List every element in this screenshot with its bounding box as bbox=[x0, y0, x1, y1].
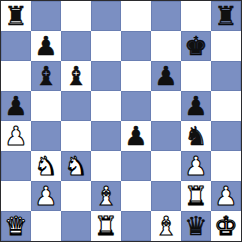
square-d6[interactable] bbox=[91, 61, 121, 91]
square-f8[interactable] bbox=[151, 1, 181, 31]
square-g8[interactable] bbox=[181, 1, 211, 31]
square-e6[interactable] bbox=[121, 61, 151, 91]
square-d2[interactable]: ♝ bbox=[91, 181, 121, 211]
black-rook[interactable]: ♜ bbox=[4, 1, 27, 31]
square-h7[interactable] bbox=[211, 31, 241, 61]
black-bishop[interactable]: ♝ bbox=[64, 61, 87, 91]
white-pawn[interactable]: ♟ bbox=[34, 181, 57, 211]
black-bishop[interactable]: ♝ bbox=[34, 61, 57, 91]
square-b7[interactable]: ♟ bbox=[31, 31, 61, 61]
square-g2[interactable]: ♜ bbox=[181, 181, 211, 211]
square-a1[interactable]: ♛ bbox=[1, 211, 31, 241]
square-e5[interactable] bbox=[121, 91, 151, 121]
square-e4[interactable]: ♟ bbox=[121, 121, 151, 151]
square-d1[interactable]: ♜ bbox=[91, 211, 121, 241]
black-queen[interactable]: ♛ bbox=[184, 211, 207, 241]
black-pawn[interactable]: ♟ bbox=[154, 61, 177, 91]
square-g6[interactable] bbox=[181, 61, 211, 91]
square-g7[interactable]: ♚ bbox=[181, 31, 211, 61]
square-g3[interactable]: ♟ bbox=[181, 151, 211, 181]
white-pawn[interactable]: ♟ bbox=[4, 121, 27, 151]
square-c1[interactable] bbox=[61, 211, 91, 241]
square-e3[interactable] bbox=[121, 151, 151, 181]
white-pawn[interactable]: ♟ bbox=[184, 151, 207, 181]
square-a2[interactable] bbox=[1, 181, 31, 211]
square-e2[interactable] bbox=[121, 181, 151, 211]
white-bishop[interactable]: ♝ bbox=[154, 211, 177, 241]
square-h2[interactable]: ♟ bbox=[211, 181, 241, 211]
square-c5[interactable] bbox=[61, 91, 91, 121]
square-e7[interactable] bbox=[121, 31, 151, 61]
square-e8[interactable] bbox=[121, 1, 151, 31]
square-c3[interactable]: ♞ bbox=[61, 151, 91, 181]
square-f6[interactable]: ♟ bbox=[151, 61, 181, 91]
black-pawn[interactable]: ♟ bbox=[184, 91, 207, 121]
white-king[interactable]: ♚ bbox=[214, 211, 237, 241]
square-a5[interactable]: ♟ bbox=[1, 91, 31, 121]
white-knight[interactable]: ♞ bbox=[34, 151, 57, 181]
square-b4[interactable] bbox=[31, 121, 61, 151]
square-f4[interactable] bbox=[151, 121, 181, 151]
square-a7[interactable] bbox=[1, 31, 31, 61]
square-c4[interactable] bbox=[61, 121, 91, 151]
square-g5[interactable]: ♟ bbox=[181, 91, 211, 121]
black-pawn[interactable]: ♟ bbox=[4, 91, 27, 121]
square-a3[interactable] bbox=[1, 151, 31, 181]
square-h1[interactable]: ♚ bbox=[211, 211, 241, 241]
square-d5[interactable] bbox=[91, 91, 121, 121]
white-rook[interactable]: ♜ bbox=[184, 181, 207, 211]
square-d7[interactable] bbox=[91, 31, 121, 61]
square-b3[interactable]: ♞ bbox=[31, 151, 61, 181]
square-g1[interactable]: ♛ bbox=[181, 211, 211, 241]
square-c7[interactable] bbox=[61, 31, 91, 61]
white-knight[interactable]: ♞ bbox=[64, 151, 87, 181]
chess-board: ♜♜♟♚♝♝♟♟♟♟♟♞♞♞♟♟♝♜♟♛♜♝♛♚ bbox=[0, 0, 242, 242]
square-b8[interactable] bbox=[31, 1, 61, 31]
square-h3[interactable] bbox=[211, 151, 241, 181]
square-h5[interactable] bbox=[211, 91, 241, 121]
square-c2[interactable] bbox=[61, 181, 91, 211]
square-e1[interactable] bbox=[121, 211, 151, 241]
square-h8[interactable]: ♜ bbox=[211, 1, 241, 31]
square-d8[interactable] bbox=[91, 1, 121, 31]
white-bishop[interactable]: ♝ bbox=[94, 181, 117, 211]
black-rook[interactable]: ♜ bbox=[214, 1, 237, 31]
square-a6[interactable] bbox=[1, 61, 31, 91]
square-a4[interactable]: ♟ bbox=[1, 121, 31, 151]
square-d4[interactable] bbox=[91, 121, 121, 151]
square-f2[interactable] bbox=[151, 181, 181, 211]
black-pawn[interactable]: ♟ bbox=[34, 31, 57, 61]
square-g4[interactable]: ♞ bbox=[181, 121, 211, 151]
square-b1[interactable] bbox=[31, 211, 61, 241]
square-h4[interactable] bbox=[211, 121, 241, 151]
square-f7[interactable] bbox=[151, 31, 181, 61]
square-c8[interactable] bbox=[61, 1, 91, 31]
square-b6[interactable]: ♝ bbox=[31, 61, 61, 91]
square-a8[interactable]: ♜ bbox=[1, 1, 31, 31]
white-queen[interactable]: ♛ bbox=[4, 211, 27, 241]
square-d3[interactable] bbox=[91, 151, 121, 181]
square-b2[interactable]: ♟ bbox=[31, 181, 61, 211]
square-f5[interactable] bbox=[151, 91, 181, 121]
square-h6[interactable] bbox=[211, 61, 241, 91]
square-c6[interactable]: ♝ bbox=[61, 61, 91, 91]
black-knight[interactable]: ♞ bbox=[184, 121, 207, 151]
white-rook[interactable]: ♜ bbox=[94, 211, 117, 241]
black-king[interactable]: ♚ bbox=[184, 31, 207, 61]
black-pawn[interactable]: ♟ bbox=[124, 121, 147, 151]
square-b5[interactable] bbox=[31, 91, 61, 121]
square-f1[interactable]: ♝ bbox=[151, 211, 181, 241]
square-f3[interactable] bbox=[151, 151, 181, 181]
white-pawn[interactable]: ♟ bbox=[214, 181, 237, 211]
